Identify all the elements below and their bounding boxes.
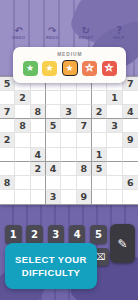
difficulty-star-2[interactable]: ★	[42, 61, 57, 76]
sudoku-cell-r7c5[interactable]	[61, 162, 76, 176]
difficulty-popup-title: MEDIUM	[57, 52, 82, 57]
sudoku-cell-r7c9[interactable]	[123, 162, 138, 176]
sudoku-cell-r5c5[interactable]	[61, 133, 76, 147]
sudoku-cell-r8c8[interactable]	[107, 176, 122, 190]
sudoku-cell-r4c5[interactable]	[61, 119, 76, 133]
help-button[interactable]: ? HELP	[104, 26, 134, 42]
sudoku-cell-r8c1[interactable]: 8	[0, 176, 15, 190]
sudoku-cell-r5c3[interactable]	[31, 133, 46, 147]
difficulty-popup: MEDIUM ★★★☆☆	[13, 47, 126, 83]
sudoku-cell-r4c1[interactable]	[0, 119, 15, 133]
help-label: HELP	[113, 36, 125, 40]
sudoku-cell-r3c9[interactable]: 4	[123, 105, 138, 119]
difficulty-star-4[interactable]: ☆	[82, 61, 97, 76]
key-5[interactable]: 5	[90, 225, 107, 244]
undo-label: UNDO	[12, 36, 25, 40]
sudoku-cell-r2c4[interactable]	[46, 91, 61, 105]
keypad-row-1: 12345	[5, 225, 107, 244]
sudoku-cell-r6c1[interactable]	[0, 148, 15, 162]
sudoku-cell-r9c9[interactable]	[123, 190, 138, 204]
redo-label: REDO	[46, 36, 59, 40]
reset-arrow-icon: ↻	[82, 26, 90, 36]
key-4[interactable]: 4	[69, 225, 86, 244]
sudoku-cell-r4c3[interactable]	[31, 119, 46, 133]
sudoku-cell-r4c4[interactable]: 5	[46, 119, 61, 133]
sudoku-cell-r2c9[interactable]	[123, 91, 138, 105]
sudoku-cell-r4c2[interactable]: 8	[15, 119, 30, 133]
sudoku-cell-r2c2[interactable]: 2	[15, 91, 30, 105]
sudoku-cell-r9c1[interactable]	[0, 190, 15, 204]
undo-arrow-icon: ↶	[15, 26, 23, 36]
sudoku-cell-r8c3[interactable]	[31, 176, 46, 190]
sudoku-cell-r9c2[interactable]	[15, 190, 30, 204]
sudoku-cell-r7c4[interactable]: 4	[46, 162, 61, 176]
star-icon: ☆	[85, 63, 94, 73]
key-1[interactable]: 1	[5, 225, 22, 244]
sudoku-cell-r6c2[interactable]	[15, 148, 30, 162]
sudoku-cell-r6c5[interactable]	[61, 148, 76, 162]
sudoku-cell-r7c3[interactable]: 2	[31, 162, 46, 176]
tooltip-line-2: DIFFICULTY	[22, 266, 81, 279]
question-mark-icon: ?	[116, 26, 122, 36]
difficulty-star-3[interactable]: ★	[62, 60, 78, 76]
difficulty-star-1[interactable]: ★	[23, 61, 38, 76]
star-icon: ★	[45, 64, 53, 73]
sudoku-cell-r8c2[interactable]	[15, 176, 30, 190]
star-icon: ☆	[105, 63, 114, 73]
undo-button[interactable]: ↶ UNDO	[4, 26, 34, 42]
sudoku-cell-r6c3[interactable]: 4	[31, 148, 46, 162]
sudoku-cell-r2c1[interactable]	[0, 91, 15, 105]
sudoku-cell-r4c8[interactable]: 3	[107, 119, 122, 133]
sudoku-cell-r6c6[interactable]	[77, 148, 92, 162]
star-icon: ★	[26, 64, 34, 73]
sudoku-cell-r7c7[interactable]: 5	[92, 162, 107, 176]
sudoku-cell-r4c7[interactable]	[92, 119, 107, 133]
key-3[interactable]: 3	[48, 225, 65, 244]
pencil-key[interactable]: ✎	[110, 224, 135, 263]
reset-button[interactable]: ↻ RESET	[71, 26, 101, 42]
sudoku-cell-r9c7[interactable]	[92, 190, 107, 204]
sudoku-cell-r3c7[interactable]: 2	[92, 105, 107, 119]
sudoku-cell-r8c4[interactable]	[46, 176, 61, 190]
sudoku-cell-r8c7[interactable]	[92, 176, 107, 190]
sudoku-cell-r3c8[interactable]	[107, 105, 122, 119]
sudoku-app-screen: ↶ UNDO ↷ REDO ↻ RESET ? HELP 57217832485…	[0, 0, 138, 300]
sudoku-cell-r5c7[interactable]	[92, 133, 107, 147]
sudoku-cell-r2c5[interactable]	[61, 91, 76, 105]
sudoku-cell-r2c7[interactable]	[92, 91, 107, 105]
sudoku-cell-r5c6[interactable]	[77, 133, 92, 147]
sudoku-board: 5721783248573294124858639	[0, 76, 138, 205]
redo-button[interactable]: ↷ REDO	[37, 26, 67, 42]
sudoku-cell-r8c6[interactable]	[77, 176, 92, 190]
tooltip-line-1: SELECT YOUR	[15, 253, 87, 266]
sudoku-cell-r6c4[interactable]	[46, 148, 61, 162]
sudoku-cell-r5c1[interactable]: 2	[0, 133, 15, 147]
sudoku-cell-r2c8[interactable]: 1	[107, 91, 122, 105]
difficulty-tooltip: SELECT YOUR DIFFICULTY	[5, 243, 97, 289]
sudoku-cell-r9c5[interactable]	[61, 190, 76, 204]
sudoku-cell-r6c7[interactable]: 1	[92, 148, 107, 162]
sudoku-cell-r5c4[interactable]	[46, 133, 61, 147]
sudoku-cell-r3c1[interactable]: 7	[0, 105, 15, 119]
reset-label: RESET	[78, 36, 93, 40]
pencil-icon: ✎	[117, 237, 127, 251]
sudoku-cell-r7c2[interactable]	[15, 162, 30, 176]
sudoku-cell-r2c6[interactable]	[77, 91, 92, 105]
sudoku-cell-r4c6[interactable]: 7	[77, 119, 92, 133]
sudoku-cell-r3c6[interactable]	[77, 105, 92, 119]
sudoku-cell-r6c8[interactable]	[107, 148, 122, 162]
sudoku-cell-r3c3[interactable]: 8	[31, 105, 46, 119]
sudoku-cell-r3c4[interactable]	[46, 105, 61, 119]
sudoku-cell-r8c5[interactable]	[61, 176, 76, 190]
sudoku-cell-r6c9[interactable]	[123, 148, 138, 162]
key-2[interactable]: 2	[26, 225, 43, 244]
sudoku-cell-r9c8[interactable]	[107, 190, 122, 204]
sudoku-cell-r5c2[interactable]	[15, 133, 30, 147]
sudoku-cell-r2c3[interactable]	[31, 91, 46, 105]
sudoku-cell-r3c5[interactable]: 3	[61, 105, 76, 119]
difficulty-star-5[interactable]: ☆	[102, 61, 117, 76]
sudoku-cell-r9c4[interactable]: 3	[46, 190, 61, 204]
redo-arrow-icon: ↷	[48, 26, 56, 36]
toolbar: ↶ UNDO ↷ REDO ↻ RESET ? HELP	[0, 26, 138, 46]
sudoku-cell-r3c2[interactable]	[15, 105, 30, 119]
sudoku-cell-r7c6[interactable]: 8	[77, 162, 92, 176]
star-icon: ★	[65, 64, 73, 73]
difficulty-stars: ★★★☆☆	[23, 60, 117, 76]
sudoku-cell-r5c8[interactable]	[107, 133, 122, 147]
sudoku-cell-r5c9[interactable]: 9	[123, 133, 138, 147]
sudoku-cell-r7c8[interactable]	[107, 162, 122, 176]
sudoku-cell-r9c6[interactable]: 9	[77, 190, 92, 204]
sudoku-cell-r8c9[interactable]: 6	[123, 176, 138, 190]
sudoku-cell-r7c1[interactable]	[0, 162, 15, 176]
sudoku-cell-r9c3[interactable]	[31, 190, 46, 204]
sudoku-cell-r4c9[interactable]	[123, 119, 138, 133]
